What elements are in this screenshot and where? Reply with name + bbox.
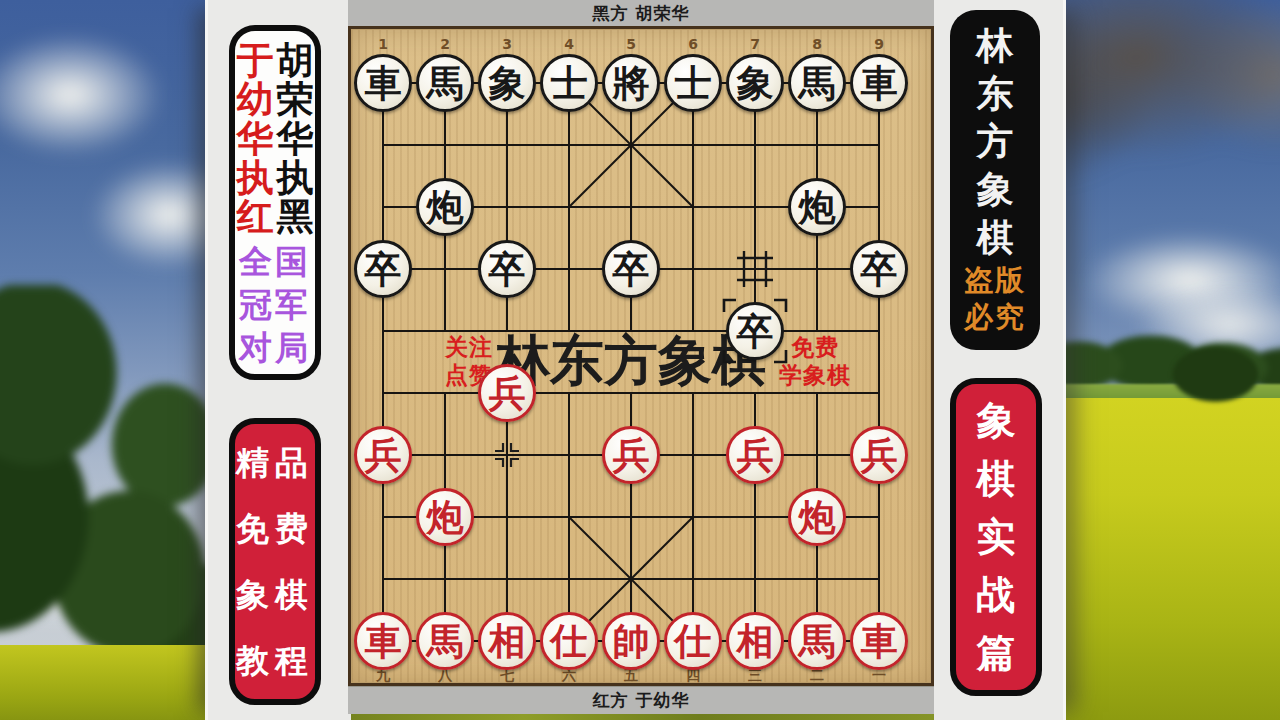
piece-black-cannon[interactable]: 炮 — [788, 178, 846, 236]
piece-black-soldier[interactable]: 卒 — [354, 240, 412, 298]
piece-black-rook[interactable]: 車 — [850, 54, 908, 112]
piece-black-horse[interactable]: 馬 — [416, 54, 474, 112]
piece-red-advisor[interactable]: 仕 — [540, 612, 598, 670]
red-player-bar: 红方 于幼华 — [348, 686, 934, 714]
red-player-label: 红方 于幼华 — [593, 689, 690, 712]
file-number-top: 8 — [812, 36, 822, 52]
xiangqi-board[interactable]: 关注 点赞 林东方象棋 免费 学象棋 123456789九八七六五四三二一車馬象… — [348, 26, 934, 686]
piece-black-horse[interactable]: 馬 — [788, 54, 846, 112]
piece-red-horse[interactable]: 馬 — [788, 612, 846, 670]
file-number-top: 3 — [502, 36, 512, 52]
flower-field — [1050, 398, 1280, 720]
black-player-vertical: 胡荣华执黑 — [275, 41, 315, 236]
piece-red-soldier[interactable]: 兵 — [726, 426, 784, 484]
free-tutorials-banner: 精品免费象棋教程 — [229, 418, 321, 705]
piece-black-advisor[interactable]: 士 — [540, 54, 598, 112]
file-number-top: 9 — [874, 36, 884, 52]
file-number-top: 7 — [750, 36, 760, 52]
piece-black-soldier[interactable]: 卒 — [602, 240, 660, 298]
piece-red-rook[interactable]: 車 — [850, 612, 908, 670]
piece-black-soldier[interactable]: 卒 — [850, 240, 908, 298]
marker-hash-origin — [733, 247, 777, 295]
file-number-top: 2 — [440, 36, 450, 52]
piece-red-rook[interactable]: 車 — [354, 612, 412, 670]
lone-tree — [1148, 342, 1280, 414]
piece-black-soldier[interactable]: 卒 — [726, 302, 784, 360]
flower-field-strip — [348, 713, 934, 720]
file-number-top: 5 — [626, 36, 636, 52]
board-column: 黑方 胡荣华 关注 点赞 林东方象棋 免费 学象棋 123456789九八七六五… — [348, 0, 934, 713]
channel-banner: 林东方象棋 盗版必究 — [950, 10, 1040, 350]
file-number-top: 4 — [564, 36, 574, 52]
piece-red-soldier[interactable]: 兵 — [850, 426, 908, 484]
series-banner: 象棋实战篇 — [950, 378, 1042, 696]
piece-red-soldier[interactable]: 兵 — [602, 426, 660, 484]
piece-black-cannon[interactable]: 炮 — [416, 178, 474, 236]
red-player-vertical: 于幼华执红 — [235, 41, 275, 236]
piece-red-cannon[interactable]: 炮 — [416, 488, 474, 546]
piece-black-elephant[interactable]: 象 — [478, 54, 536, 112]
piece-red-soldier[interactable]: 兵 — [354, 426, 412, 484]
file-number-top: 1 — [378, 36, 388, 52]
piece-red-elephant[interactable]: 相 — [726, 612, 784, 670]
piece-red-advisor[interactable]: 仕 — [664, 612, 722, 670]
marker-cross-origin — [488, 436, 526, 478]
file-number-top: 6 — [688, 36, 698, 52]
channel-name-vertical: 林东方象棋 — [950, 22, 1040, 262]
piece-red-general[interactable]: 帥 — [602, 612, 660, 670]
piece-black-general[interactable]: 將 — [602, 54, 660, 112]
black-player-bar: 黑方 胡荣华 — [348, 0, 934, 27]
piece-red-elephant[interactable]: 相 — [478, 612, 536, 670]
flower-field — [0, 645, 208, 720]
piece-red-cannon[interactable]: 炮 — [788, 488, 846, 546]
piracy-warning: 盗版必究 — [950, 262, 1040, 336]
championship-note: 全国冠军对局 — [235, 240, 315, 369]
black-player-label: 黑方 胡荣华 — [593, 2, 690, 25]
piece-black-advisor[interactable]: 士 — [664, 54, 722, 112]
piece-black-elephant[interactable]: 象 — [726, 54, 784, 112]
piece-red-horse[interactable]: 馬 — [416, 612, 474, 670]
piece-red-soldier[interactable]: 兵 — [478, 364, 536, 422]
piece-black-soldier[interactable]: 卒 — [478, 240, 536, 298]
players-banner: 于幼华执红 胡荣华执黑 全国冠军对局 — [229, 25, 321, 380]
piece-black-rook[interactable]: 車 — [354, 54, 412, 112]
